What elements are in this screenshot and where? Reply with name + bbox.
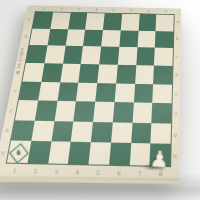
square-c7[interactable] xyxy=(136,47,155,65)
square-a5[interactable] xyxy=(103,13,122,30)
square-e3[interactable] xyxy=(57,82,79,102)
square-g8[interactable] xyxy=(151,123,171,144)
square-a6[interactable] xyxy=(121,14,140,31)
chess-board: ♟ xyxy=(6,11,175,167)
square-f6[interactable] xyxy=(113,102,134,122)
photo-scene: 12345678 12345678 abcdefgh abcdefgh ® US… xyxy=(0,0,200,200)
square-e4[interactable] xyxy=(76,82,97,102)
square-h6[interactable] xyxy=(109,143,131,165)
coordinate-label-1: 1 xyxy=(35,6,53,10)
square-a7[interactable] xyxy=(138,14,156,31)
square-b6[interactable] xyxy=(119,30,138,47)
coordinate-label-7: 7 xyxy=(140,9,158,13)
square-e5[interactable] xyxy=(95,83,116,103)
coordinate-label-3: 3 xyxy=(70,7,88,11)
square-a4[interactable] xyxy=(85,13,104,30)
square-f3[interactable] xyxy=(54,101,76,121)
square-g7[interactable] xyxy=(131,123,152,144)
square-a8[interactable] xyxy=(156,15,174,32)
square-f8[interactable] xyxy=(152,103,172,123)
coordinate-label-c: c xyxy=(173,48,180,66)
coordinate-label-2: 2 xyxy=(25,168,47,175)
coordinate-label-f: f xyxy=(172,104,180,124)
coordinate-label-5: 5 xyxy=(87,169,109,176)
square-d3[interactable] xyxy=(60,64,81,83)
coordinate-label-d: d xyxy=(173,66,180,85)
coordinate-label-e: e xyxy=(173,84,180,104)
square-f7[interactable] xyxy=(132,103,152,123)
square-h4[interactable] xyxy=(68,142,91,164)
square-e7[interactable] xyxy=(133,83,153,103)
white-pawn[interactable]: ♟ xyxy=(149,147,170,171)
square-c5[interactable] xyxy=(99,47,119,65)
square-b8[interactable] xyxy=(155,31,173,48)
square-f5[interactable] xyxy=(93,102,114,122)
coordinate-label-6: 6 xyxy=(108,169,129,176)
square-a3[interactable] xyxy=(68,13,88,30)
square-c6[interactable] xyxy=(118,47,137,65)
chess-board-mat: 12345678 12345678 abcdefgh abcdefgh ® US… xyxy=(0,5,181,181)
square-c4[interactable] xyxy=(81,46,101,64)
square-f4[interactable] xyxy=(74,101,96,121)
coordinate-label-1: 1 xyxy=(4,167,26,174)
square-e8[interactable] xyxy=(152,84,172,104)
square-c3[interactable] xyxy=(63,46,84,64)
coordinate-label-5: 5 xyxy=(105,8,123,12)
square-h7[interactable] xyxy=(129,143,150,165)
coordinate-label-4: 4 xyxy=(66,168,88,175)
coordinate-label-6: 6 xyxy=(122,8,140,12)
square-d7[interactable] xyxy=(135,65,155,84)
square-d6[interactable] xyxy=(116,65,136,84)
coordinate-label-3: 3 xyxy=(45,168,67,175)
coordinate-label-h: h xyxy=(171,145,179,167)
square-b4[interactable] xyxy=(83,29,103,46)
square-b5[interactable] xyxy=(101,30,120,47)
coordinate-label-a: a xyxy=(174,14,181,31)
square-g4[interactable] xyxy=(71,121,93,142)
coordinate-label-b: b xyxy=(174,31,181,48)
square-d8[interactable] xyxy=(153,65,172,84)
square-h8[interactable]: ♟ xyxy=(150,144,171,166)
knight-icon: ♞ xyxy=(15,149,23,157)
square-g6[interactable] xyxy=(111,122,132,143)
square-c8[interactable] xyxy=(154,48,173,66)
coordinate-label-7: 7 xyxy=(129,170,150,177)
square-d4[interactable] xyxy=(79,64,100,83)
square-b7[interactable] xyxy=(137,30,156,47)
square-d5[interactable] xyxy=(97,64,117,83)
square-e6[interactable] xyxy=(114,83,134,103)
square-g5[interactable] xyxy=(91,122,113,143)
coordinate-label-4: 4 xyxy=(87,7,105,11)
square-g3[interactable] xyxy=(51,121,74,142)
square-b3[interactable] xyxy=(65,29,85,46)
square-h5[interactable] xyxy=(88,143,110,165)
coordinate-label-g: g xyxy=(172,124,180,145)
coordinate-label-2: 2 xyxy=(52,7,70,11)
coordinate-label-8: 8 xyxy=(157,9,175,13)
